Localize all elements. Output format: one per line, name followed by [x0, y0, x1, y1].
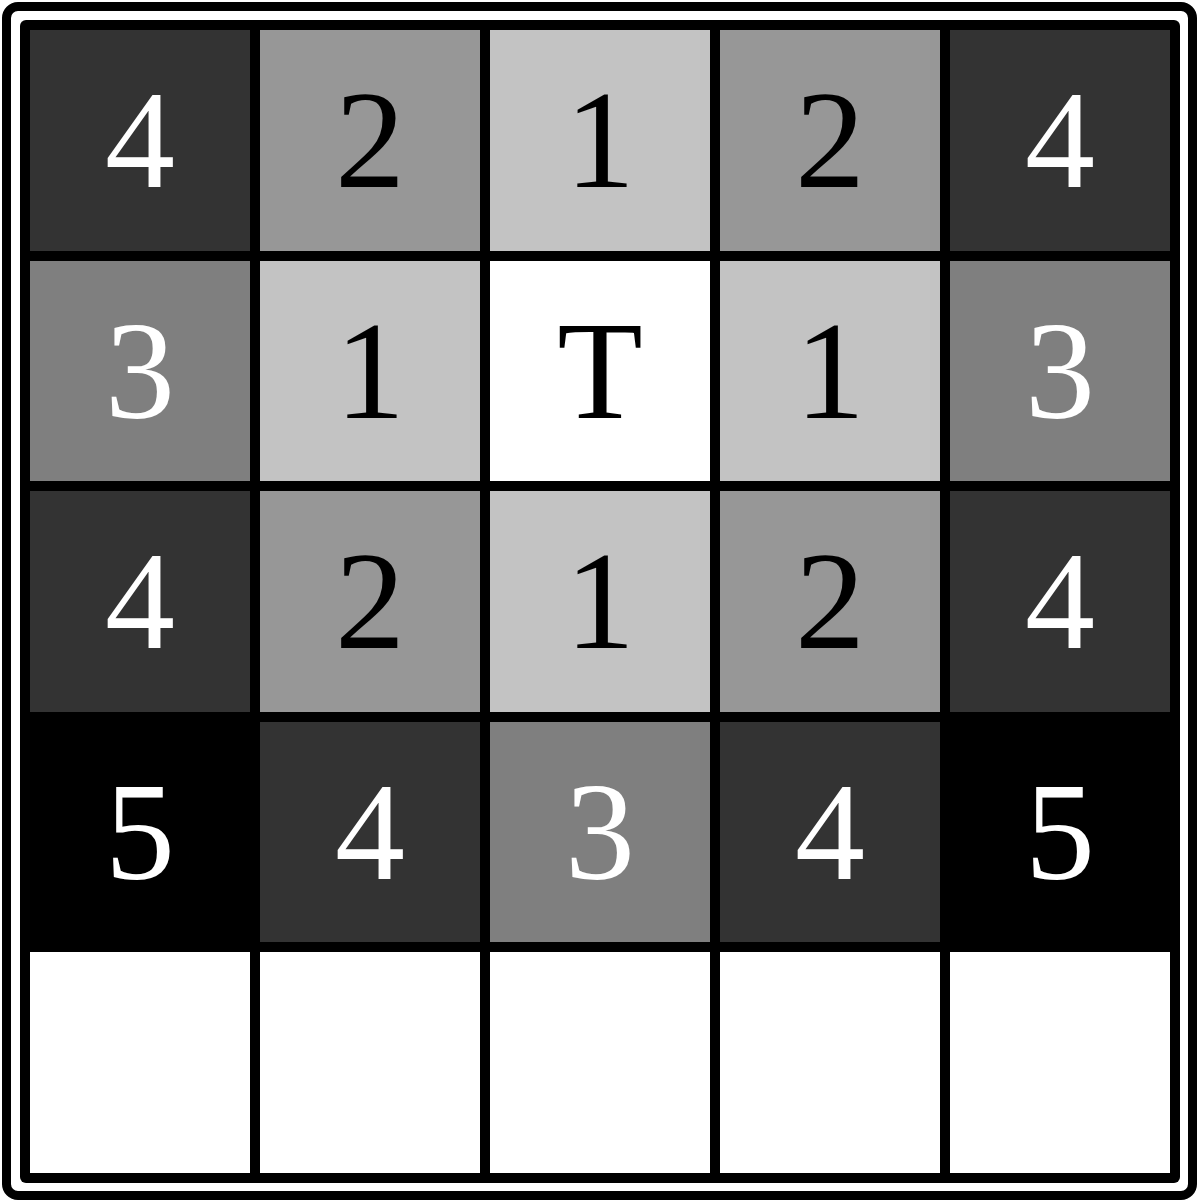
cell-r1c4[interactable]: 2 [720, 30, 940, 251]
cell-r3c5[interactable]: 4 [950, 491, 1170, 712]
cell-r5c1[interactable] [30, 952, 250, 1173]
cell-r5c2[interactable] [260, 952, 480, 1173]
cell-r4c1[interactable]: 5 [30, 722, 250, 943]
cell-r2c1[interactable]: 3 [30, 261, 250, 482]
cell-r3c1[interactable]: 4 [30, 491, 250, 712]
cell-r5c3[interactable] [490, 952, 710, 1173]
puzzle-board: 4212431T134212454345 [20, 20, 1180, 1183]
cell-r3c2[interactable]: 2 [260, 491, 480, 712]
cell-r4c5[interactable]: 5 [950, 722, 1170, 943]
cell-r1c1[interactable]: 4 [30, 30, 250, 251]
cell-r1c5[interactable]: 4 [950, 30, 1170, 251]
cell-r1c3[interactable]: 1 [490, 30, 710, 251]
cell-r5c5[interactable] [950, 952, 1170, 1173]
cell-r2c4[interactable]: 1 [720, 261, 940, 482]
cell-r2c5[interactable]: 3 [950, 261, 1170, 482]
cell-r4c3[interactable]: 3 [490, 722, 710, 943]
cell-r2c3[interactable]: T [490, 261, 710, 482]
cell-r2c2[interactable]: 1 [260, 261, 480, 482]
cell-r5c4[interactable] [720, 952, 940, 1173]
cell-r4c2[interactable]: 4 [260, 722, 480, 943]
cell-r4c4[interactable]: 4 [720, 722, 940, 943]
cell-r1c2[interactable]: 2 [260, 30, 480, 251]
cell-r3c4[interactable]: 2 [720, 491, 940, 712]
cell-r3c3[interactable]: 1 [490, 491, 710, 712]
